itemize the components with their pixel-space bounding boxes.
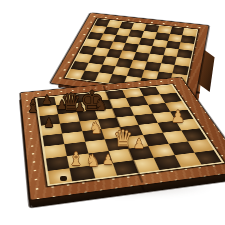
light-pawn: ♟	[168, 109, 188, 125]
dark-pawn: ♟	[39, 94, 55, 106]
dark-pawn: ♟	[41, 117, 57, 129]
dark-king: ♚	[77, 87, 108, 114]
light-pawn: ♟	[131, 137, 148, 150]
light-pawn: ♟	[100, 153, 117, 166]
dark-bishop: ♝	[23, 98, 44, 115]
light-knight: ♞	[87, 121, 106, 136]
dark-pawn: ♟	[54, 99, 70, 111]
dark-queen: ♛	[58, 91, 85, 114]
light-knight: ♞	[83, 153, 103, 169]
pieces-layer: ♝♟♟♟♛♟♚♞♞♛♟♟♝♞♟	[0, 0, 225, 225]
light-queen: ♛	[110, 128, 136, 150]
light-bishop: ♝	[65, 150, 87, 168]
chess-set-product-photo[interactable]: ♝♟♟♟♛♟♚♞♞♛♟♟♝♞♟	[0, 0, 225, 225]
dark-knight: ♞	[92, 98, 111, 113]
dark-pawn: ♟	[72, 101, 88, 113]
